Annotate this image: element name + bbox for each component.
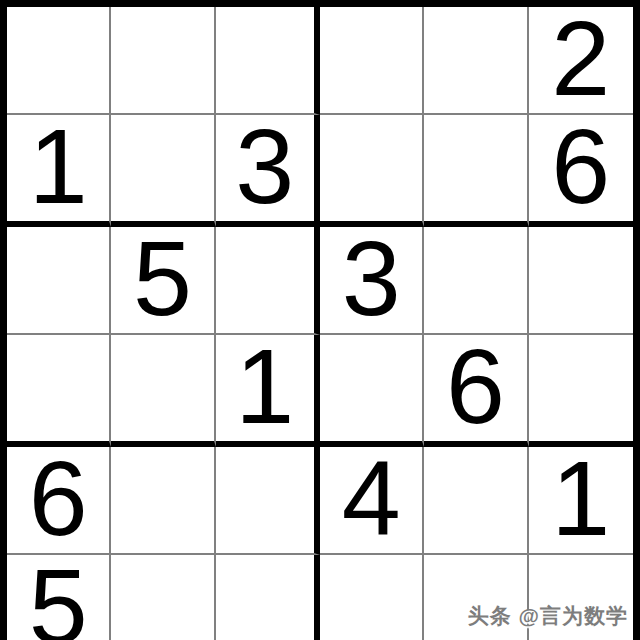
cell-r1c5[interactable] — [424, 7, 528, 115]
cell-r1c6[interactable]: 2 — [529, 7, 633, 115]
sudoku-board: 213653166415 — [0, 0, 640, 640]
given-digit: 1 — [551, 445, 610, 551]
given-digit: 3 — [235, 113, 294, 219]
cell-r5c2[interactable] — [111, 447, 215, 555]
given-digit: 4 — [342, 445, 401, 551]
given-digit: 6 — [551, 113, 610, 219]
cell-r4c5[interactable]: 6 — [424, 335, 528, 447]
cell-r4c6[interactable] — [529, 335, 633, 447]
cell-r1c1[interactable] — [7, 7, 111, 115]
cell-r5c1[interactable]: 6 — [7, 447, 111, 555]
cell-r5c6[interactable]: 1 — [529, 447, 633, 555]
cell-r3c1[interactable] — [7, 227, 111, 335]
given-digit: 1 — [29, 113, 88, 219]
cell-r3c4[interactable]: 3 — [320, 227, 424, 335]
cell-r5c5[interactable] — [424, 447, 528, 555]
cell-r2c2[interactable] — [111, 115, 215, 227]
cell-r4c4[interactable] — [320, 335, 424, 447]
given-digit: 1 — [235, 333, 294, 439]
cell-r4c1[interactable] — [7, 335, 111, 447]
cell-r6c4[interactable] — [320, 555, 424, 640]
cell-r2c3[interactable]: 3 — [216, 115, 320, 227]
sudoku-page: 213653166415 头条 @言为数学 — [0, 0, 640, 640]
cell-r2c1[interactable]: 1 — [7, 115, 111, 227]
cell-r6c2[interactable] — [111, 555, 215, 640]
given-digit: 2 — [551, 5, 610, 111]
cell-r3c3[interactable] — [216, 227, 320, 335]
cell-r4c2[interactable] — [111, 335, 215, 447]
cell-r5c3[interactable] — [216, 447, 320, 555]
cell-r1c2[interactable] — [111, 7, 215, 115]
cell-r3c2[interactable]: 5 — [111, 227, 215, 335]
cell-r6c3[interactable] — [216, 555, 320, 640]
cell-r5c4[interactable]: 4 — [320, 447, 424, 555]
cell-r4c3[interactable]: 1 — [216, 335, 320, 447]
cell-r3c5[interactable] — [424, 227, 528, 335]
given-digit: 5 — [133, 225, 192, 331]
watermark-text: 头条 @言为数学 — [468, 602, 628, 630]
cell-r2c6[interactable]: 6 — [529, 115, 633, 227]
given-digit: 5 — [29, 553, 88, 640]
given-digit: 6 — [446, 333, 505, 439]
cell-r1c3[interactable] — [216, 7, 320, 115]
cell-r6c1[interactable]: 5 — [7, 555, 111, 640]
given-digit: 3 — [342, 225, 401, 331]
cell-r3c6[interactable] — [529, 227, 633, 335]
cell-r2c4[interactable] — [320, 115, 424, 227]
cell-r1c4[interactable] — [320, 7, 424, 115]
given-digit: 6 — [29, 445, 88, 551]
cell-r2c5[interactable] — [424, 115, 528, 227]
